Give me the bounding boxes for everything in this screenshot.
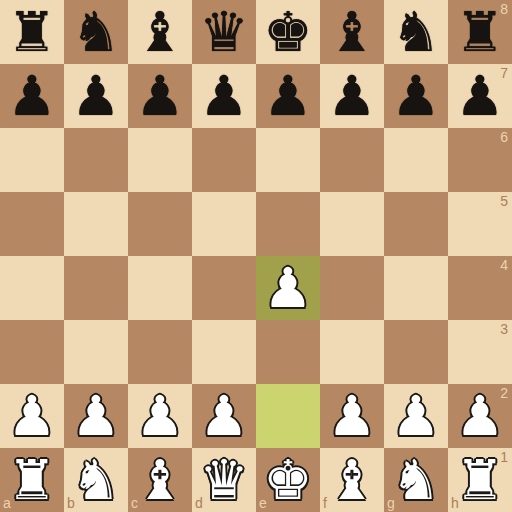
- square-g8[interactable]: ♞: [384, 0, 448, 64]
- white-knight[interactable]: ♞: [71, 448, 120, 512]
- rank-label-4: 4: [500, 258, 508, 273]
- file-label-f: f: [323, 496, 327, 511]
- white-king[interactable]: ♚: [263, 448, 312, 512]
- square-e2[interactable]: [256, 384, 320, 448]
- square-b3[interactable]: [64, 320, 128, 384]
- black-bishop[interactable]: ♝: [327, 0, 376, 64]
- square-d3[interactable]: [192, 320, 256, 384]
- square-d1[interactable]: ♛d: [192, 448, 256, 512]
- square-b1[interactable]: ♞b: [64, 448, 128, 512]
- square-c7[interactable]: ♟: [128, 64, 192, 128]
- square-c4[interactable]: [128, 256, 192, 320]
- square-e3[interactable]: [256, 320, 320, 384]
- white-pawn[interactable]: ♟: [71, 384, 120, 448]
- black-king[interactable]: ♚: [263, 0, 312, 64]
- black-pawn[interactable]: ♟: [455, 64, 504, 128]
- black-pawn[interactable]: ♟: [199, 64, 248, 128]
- square-g1[interactable]: ♞g: [384, 448, 448, 512]
- square-a3[interactable]: [0, 320, 64, 384]
- square-g5[interactable]: [384, 192, 448, 256]
- black-pawn[interactable]: ♟: [71, 64, 120, 128]
- square-f6[interactable]: [320, 128, 384, 192]
- square-f4[interactable]: [320, 256, 384, 320]
- square-d2[interactable]: ♟: [192, 384, 256, 448]
- square-e7[interactable]: ♟: [256, 64, 320, 128]
- square-g4[interactable]: [384, 256, 448, 320]
- square-b7[interactable]: ♟: [64, 64, 128, 128]
- black-pawn[interactable]: ♟: [327, 64, 376, 128]
- square-c8[interactable]: ♝: [128, 0, 192, 64]
- square-a2[interactable]: ♟: [0, 384, 64, 448]
- white-pawn[interactable]: ♟: [135, 384, 184, 448]
- black-pawn[interactable]: ♟: [135, 64, 184, 128]
- white-pawn[interactable]: ♟: [327, 384, 376, 448]
- square-a1[interactable]: ♜a: [0, 448, 64, 512]
- square-b8[interactable]: ♞: [64, 0, 128, 64]
- square-d7[interactable]: ♟: [192, 64, 256, 128]
- square-c3[interactable]: [128, 320, 192, 384]
- square-c5[interactable]: [128, 192, 192, 256]
- square-f8[interactable]: ♝: [320, 0, 384, 64]
- square-h5[interactable]: 5: [448, 192, 512, 256]
- white-queen[interactable]: ♛: [199, 448, 248, 512]
- square-d4[interactable]: [192, 256, 256, 320]
- square-e1[interactable]: ♚e: [256, 448, 320, 512]
- square-h3[interactable]: 3: [448, 320, 512, 384]
- square-e8[interactable]: ♚: [256, 0, 320, 64]
- square-a7[interactable]: ♟: [0, 64, 64, 128]
- square-h1[interactable]: ♜1h: [448, 448, 512, 512]
- square-h2[interactable]: ♟2: [448, 384, 512, 448]
- black-pawn[interactable]: ♟: [7, 64, 56, 128]
- black-pawn[interactable]: ♟: [263, 64, 312, 128]
- square-h6[interactable]: 6: [448, 128, 512, 192]
- square-h7[interactable]: ♟7: [448, 64, 512, 128]
- white-pawn[interactable]: ♟: [391, 384, 440, 448]
- black-knight[interactable]: ♞: [391, 0, 440, 64]
- square-e6[interactable]: [256, 128, 320, 192]
- square-a4[interactable]: [0, 256, 64, 320]
- square-h8[interactable]: ♜8: [448, 0, 512, 64]
- square-a6[interactable]: [0, 128, 64, 192]
- square-d5[interactable]: [192, 192, 256, 256]
- square-a5[interactable]: [0, 192, 64, 256]
- rank-label-6: 6: [500, 130, 508, 145]
- square-f3[interactable]: [320, 320, 384, 384]
- black-knight[interactable]: ♞: [71, 0, 120, 64]
- square-g6[interactable]: [384, 128, 448, 192]
- square-g2[interactable]: ♟: [384, 384, 448, 448]
- white-pawn[interactable]: ♟: [7, 384, 56, 448]
- square-d6[interactable]: [192, 128, 256, 192]
- white-pawn[interactable]: ♟: [455, 384, 504, 448]
- square-d8[interactable]: ♛: [192, 0, 256, 64]
- white-pawn[interactable]: ♟: [199, 384, 248, 448]
- square-a8[interactable]: ♜: [0, 0, 64, 64]
- rank-label-5: 5: [500, 194, 508, 209]
- black-rook[interactable]: ♜: [455, 0, 504, 64]
- chess-board: ♜♞♝♛♚♝♞♜8♟♟♟♟♟♟♟♟765♟43♟♟♟♟♟♟♟2♜a♞b♝c♛d♚…: [0, 0, 512, 512]
- black-queen[interactable]: ♛: [199, 0, 248, 64]
- white-bishop[interactable]: ♝: [327, 448, 376, 512]
- square-b6[interactable]: [64, 128, 128, 192]
- square-b2[interactable]: ♟: [64, 384, 128, 448]
- square-g3[interactable]: [384, 320, 448, 384]
- square-h4[interactable]: 4: [448, 256, 512, 320]
- square-c2[interactable]: ♟: [128, 384, 192, 448]
- white-bishop[interactable]: ♝: [135, 448, 184, 512]
- white-pawn[interactable]: ♟: [263, 256, 312, 320]
- square-f2[interactable]: ♟: [320, 384, 384, 448]
- square-b5[interactable]: [64, 192, 128, 256]
- black-pawn[interactable]: ♟: [391, 64, 440, 128]
- white-knight[interactable]: ♞: [391, 448, 440, 512]
- square-c1[interactable]: ♝c: [128, 448, 192, 512]
- square-e4[interactable]: ♟: [256, 256, 320, 320]
- white-rook[interactable]: ♜: [7, 448, 56, 512]
- square-e5[interactable]: [256, 192, 320, 256]
- white-rook[interactable]: ♜: [455, 448, 504, 512]
- square-f5[interactable]: [320, 192, 384, 256]
- rank-label-3: 3: [500, 322, 508, 337]
- square-c6[interactable]: [128, 128, 192, 192]
- black-rook[interactable]: ♜: [7, 0, 56, 64]
- square-b4[interactable]: [64, 256, 128, 320]
- square-f1[interactable]: ♝f: [320, 448, 384, 512]
- square-f7[interactable]: ♟: [320, 64, 384, 128]
- black-bishop[interactable]: ♝: [135, 0, 184, 64]
- square-g7[interactable]: ♟: [384, 64, 448, 128]
